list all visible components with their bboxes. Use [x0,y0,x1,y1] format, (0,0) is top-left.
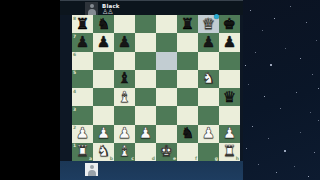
star [318,88,319,89]
square-h5[interactable] [219,70,240,88]
square-b5[interactable] [93,70,114,88]
avatar-person-icon [88,170,96,176]
square-e4[interactable] [156,88,177,106]
avatar-person-icon [88,9,96,15]
star [310,112,311,113]
star [306,22,307,23]
star [308,176,309,177]
star [274,18,275,19]
white-king[interactable]: ♚ [156,143,177,161]
star [312,74,313,75]
square-b4[interactable] [93,88,114,106]
square-d8[interactable] [135,15,156,33]
white-pawn[interactable]: ♟ [93,125,114,143]
square-f5[interactable] [177,70,198,88]
star [268,138,269,139]
square-b3[interactable] [93,106,114,124]
square-g6[interactable] [198,52,219,70]
square-f3[interactable] [177,106,198,124]
square-f4[interactable] [177,88,198,106]
star [245,65,246,66]
square-e6[interactable] [156,52,177,70]
file-label: d [152,156,155,161]
chess-app-screen: Black ♙♙ 87654321abcdefgh♜♞♜♛♚♟♟♟♟♟♝♞♝♛♟… [60,0,243,180]
avatar-person-icon [90,4,94,8]
star [280,108,281,109]
square-e3[interactable] [156,106,177,124]
black-bishop[interactable]: ♝ [114,70,135,88]
star [294,166,295,167]
star [276,172,277,173]
star [262,30,263,31]
black-rook[interactable]: ♜ [72,15,93,33]
square-d6[interactable] [135,52,156,70]
file-label: f [195,156,197,161]
file-label: g [215,156,218,161]
brilliant-move-badge-icon [214,14,219,19]
square-e8[interactable] [156,15,177,33]
star [246,148,247,149]
black-pawn[interactable]: ♟ [114,33,135,51]
opponent-info-bar: Black ♙♙ [60,0,243,15]
square-g4[interactable] [198,88,219,106]
star [314,152,315,153]
square-b6[interactable] [93,52,114,70]
white-bishop[interactable]: ♝ [114,88,135,106]
starfield-background [243,0,320,180]
black-queen[interactable]: ♛ [219,88,240,106]
star [250,10,251,11]
chess-board[interactable]: 87654321abcdefgh♜♞♜♛♚♟♟♟♟♟♝♞♝♛♟♟♟♟♞♟♟♜♞♝… [72,15,240,161]
white-rook[interactable]: ♜ [219,143,240,161]
star [318,120,319,121]
white-rook[interactable]: ♜ [72,143,93,161]
square-h6[interactable] [219,52,240,70]
square-a3[interactable]: 3 [72,106,93,124]
star [284,150,286,152]
star [290,6,291,7]
square-f1[interactable]: f [177,143,198,161]
rank-label: 6 [73,52,76,57]
rank-label: 3 [73,107,76,112]
square-c8[interactable] [114,15,135,33]
square-e7[interactable] [156,33,177,51]
star [258,164,259,165]
square-d3[interactable] [135,106,156,124]
black-pawn[interactable]: ♟ [198,33,219,51]
white-knight[interactable]: ♞ [198,70,219,88]
black-knight[interactable]: ♞ [177,125,198,143]
square-a5[interactable]: 5 [72,70,93,88]
white-pawn[interactable]: ♟ [114,125,135,143]
star [252,126,253,127]
black-rook[interactable]: ♜ [177,15,198,33]
square-e5[interactable] [156,70,177,88]
square-h3[interactable] [219,106,240,124]
star [300,132,301,133]
black-pawn[interactable]: ♟ [219,33,240,51]
square-d7[interactable] [135,33,156,51]
square-f6[interactable] [177,52,198,70]
star [300,58,301,59]
rank-label: 4 [73,89,76,94]
square-a6[interactable]: 6 [72,52,93,70]
white-pawn[interactable]: ♟ [72,125,93,143]
star [264,96,265,97]
square-c6[interactable] [114,52,135,70]
white-bishop[interactable]: ♝ [114,143,135,161]
white-pawn[interactable]: ♟ [219,125,240,143]
square-a4[interactable]: 4 [72,88,93,106]
black-player-avatar[interactable] [85,2,98,15]
square-g3[interactable] [198,106,219,124]
player-info-bar: White ♟♟♟♝+4 [60,161,243,180]
square-d1[interactable]: d [135,143,156,161]
star [270,64,272,66]
video-frame: Black ♙♙ 87654321abcdefgh♜♞♜♛♚♟♟♟♟♟♝♞♝♛♟… [0,0,320,180]
star [255,52,256,53]
star [285,48,286,49]
square-f7[interactable] [177,33,198,51]
white-pawn[interactable]: ♟ [198,125,219,143]
square-g1[interactable]: g [198,143,219,161]
star [296,92,297,93]
square-c3[interactable] [114,106,135,124]
star [248,84,249,85]
square-d4[interactable] [135,88,156,106]
square-d5[interactable] [135,70,156,88]
black-pawn[interactable]: ♟ [72,33,93,51]
square-e2[interactable] [156,125,177,143]
avatar-person-icon [90,165,94,169]
white-knight[interactable]: ♞ [93,143,114,161]
rank-label: 5 [73,70,76,75]
white-player-avatar[interactable] [85,163,98,176]
black-pawn[interactable]: ♟ [93,33,114,51]
star [316,40,317,41]
white-pawn[interactable]: ♟ [135,125,156,143]
black-knight[interactable]: ♞ [93,15,114,33]
black-king[interactable]: ♚ [219,15,240,33]
